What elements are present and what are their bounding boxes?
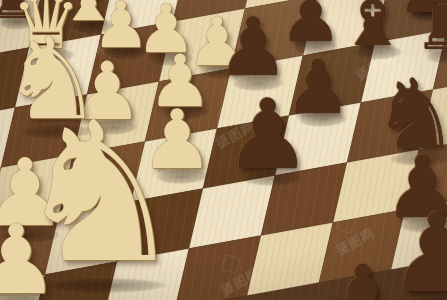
black-pawn[interactable]: ♟ bbox=[317, 254, 410, 300]
black-rook[interactable]: ♜ bbox=[409, 0, 447, 61]
white-pawn[interactable]: ♟ bbox=[0, 212, 64, 300]
black-pawn[interactable]: ♟ bbox=[220, 87, 316, 183]
pieces-layer: ♟♜♝♟♝♟♛♜♟♟♟♟♟♟♞♞♟♟♟♟♞♟♟♟ bbox=[0, 0, 447, 300]
chess-board-photo: ♟♜♝♟♝♟♛♜♟♟♟♟♟♟♞♞♟♟♟♟♞♟♟♟ 摄图网摄图网摄图网摄图网摄图网… bbox=[0, 0, 447, 300]
